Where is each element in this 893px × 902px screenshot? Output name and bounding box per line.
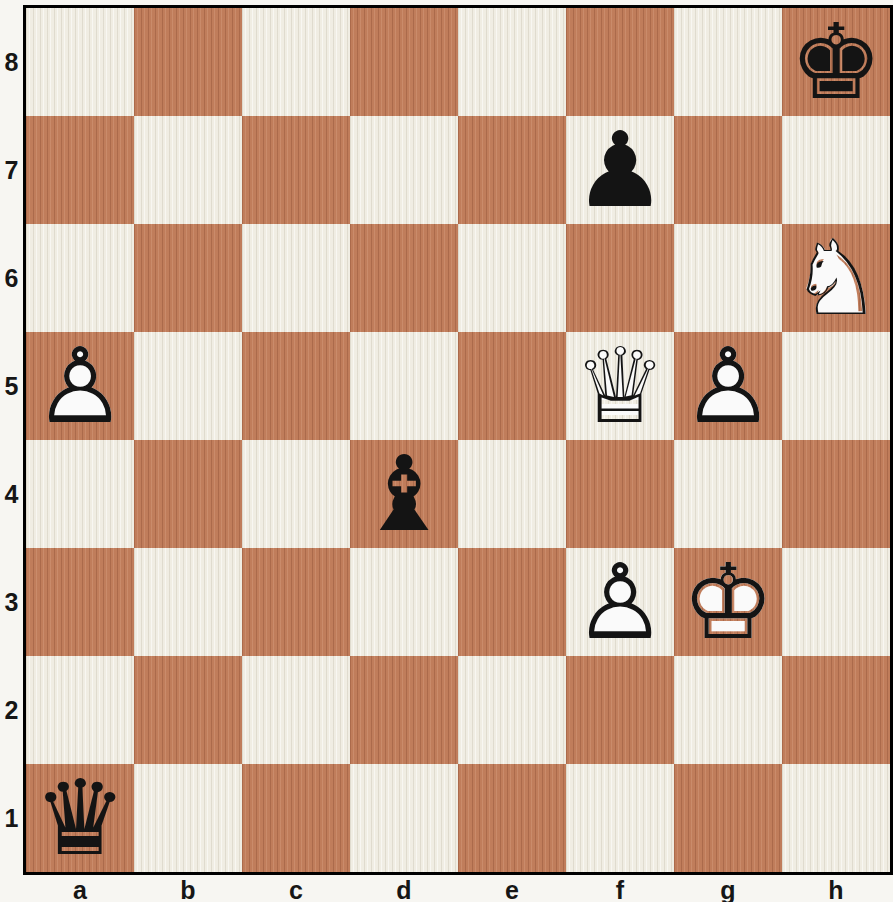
square-a7[interactable] xyxy=(26,116,134,224)
square-c2[interactable] xyxy=(242,656,350,764)
square-d2[interactable] xyxy=(350,656,458,764)
square-a5[interactable]: ♟♙ xyxy=(26,332,134,440)
square-e7[interactable] xyxy=(458,116,566,224)
rank-label-1: 1 xyxy=(0,764,23,872)
square-g5[interactable]: ♟♙ xyxy=(674,332,782,440)
square-g4[interactable] xyxy=(674,440,782,548)
piece-black-king-h8[interactable]: ♚ xyxy=(782,8,890,116)
white-queen-outline-icon: ♕ xyxy=(566,332,674,440)
square-f2[interactable] xyxy=(566,656,674,764)
rank-label-7: 7 xyxy=(0,116,23,224)
file-label-a: a xyxy=(26,876,134,902)
square-b1[interactable] xyxy=(134,764,242,872)
square-e4[interactable] xyxy=(458,440,566,548)
black-king-icon: ♚ xyxy=(789,8,882,116)
square-d4[interactable]: ♝ xyxy=(350,440,458,548)
rank-label-4: 4 xyxy=(0,440,23,548)
square-f3[interactable]: ♟♙ xyxy=(566,548,674,656)
piece-white-knight-h6[interactable]: ♞♘ xyxy=(782,224,890,332)
white-pawn-outline-icon: ♙ xyxy=(566,548,674,656)
piece-white-king-g3[interactable]: ♚♔ xyxy=(674,548,782,656)
square-e5[interactable] xyxy=(458,332,566,440)
square-d7[interactable] xyxy=(350,116,458,224)
square-e6[interactable] xyxy=(458,224,566,332)
square-f7[interactable]: ♟ xyxy=(566,116,674,224)
file-label-f: f xyxy=(566,876,674,902)
file-label-d: d xyxy=(350,876,458,902)
black-queen-icon: ♛ xyxy=(33,764,126,872)
white-knight-outline-icon: ♘ xyxy=(782,224,890,332)
square-h7[interactable] xyxy=(782,116,890,224)
file-label-e: e xyxy=(458,876,566,902)
square-g1[interactable] xyxy=(674,764,782,872)
square-h2[interactable] xyxy=(782,656,890,764)
piece-black-bishop-d4[interactable]: ♝ xyxy=(350,440,458,548)
square-a4[interactable] xyxy=(26,440,134,548)
rank-label-6: 6 xyxy=(0,224,23,332)
square-e2[interactable] xyxy=(458,656,566,764)
piece-white-pawn-a5[interactable]: ♟♙ xyxy=(26,332,134,440)
square-c6[interactable] xyxy=(242,224,350,332)
piece-white-queen-f5[interactable]: ♛♕ xyxy=(566,332,674,440)
square-d3[interactable] xyxy=(350,548,458,656)
square-g8[interactable] xyxy=(674,8,782,116)
square-b4[interactable] xyxy=(134,440,242,548)
square-f5[interactable]: ♛♕ xyxy=(566,332,674,440)
file-label-h: h xyxy=(782,876,890,902)
square-b5[interactable] xyxy=(134,332,242,440)
square-b8[interactable] xyxy=(134,8,242,116)
rank-label-2: 2 xyxy=(0,656,23,764)
rank-label-8: 8 xyxy=(0,8,23,116)
square-g7[interactable] xyxy=(674,116,782,224)
square-d8[interactable] xyxy=(350,8,458,116)
square-c3[interactable] xyxy=(242,548,350,656)
square-c4[interactable] xyxy=(242,440,350,548)
black-bishop-icon: ♝ xyxy=(357,440,450,548)
square-f8[interactable] xyxy=(566,8,674,116)
chess-diagram: 87654321 ♚♟♞♘♟♙♛♕♟♙♝♟♙♚♔♛ abcdefgh xyxy=(0,0,893,902)
square-c1[interactable] xyxy=(242,764,350,872)
square-a2[interactable] xyxy=(26,656,134,764)
white-pawn-outline-icon: ♙ xyxy=(26,332,134,440)
square-h8[interactable]: ♚ xyxy=(782,8,890,116)
square-e1[interactable] xyxy=(458,764,566,872)
square-h1[interactable] xyxy=(782,764,890,872)
square-c8[interactable] xyxy=(242,8,350,116)
square-g2[interactable] xyxy=(674,656,782,764)
square-b2[interactable] xyxy=(134,656,242,764)
file-labels: abcdefgh xyxy=(26,876,890,902)
square-h5[interactable] xyxy=(782,332,890,440)
piece-white-pawn-f3[interactable]: ♟♙ xyxy=(566,548,674,656)
square-g6[interactable] xyxy=(674,224,782,332)
square-h4[interactable] xyxy=(782,440,890,548)
file-label-c: c xyxy=(242,876,350,902)
square-a3[interactable] xyxy=(26,548,134,656)
square-d1[interactable] xyxy=(350,764,458,872)
square-e3[interactable] xyxy=(458,548,566,656)
square-d5[interactable] xyxy=(350,332,458,440)
square-a6[interactable] xyxy=(26,224,134,332)
square-h3[interactable] xyxy=(782,548,890,656)
piece-black-pawn-f7[interactable]: ♟ xyxy=(566,116,674,224)
black-pawn-icon: ♟ xyxy=(573,116,666,224)
file-label-g: g xyxy=(674,876,782,902)
rank-labels: 87654321 xyxy=(0,8,23,872)
square-c7[interactable] xyxy=(242,116,350,224)
square-d6[interactable] xyxy=(350,224,458,332)
square-a8[interactable] xyxy=(26,8,134,116)
square-b3[interactable] xyxy=(134,548,242,656)
square-c5[interactable] xyxy=(242,332,350,440)
square-a1[interactable]: ♛ xyxy=(26,764,134,872)
file-label-b: b xyxy=(134,876,242,902)
square-h6[interactable]: ♞♘ xyxy=(782,224,890,332)
square-f4[interactable] xyxy=(566,440,674,548)
rank-label-3: 3 xyxy=(0,548,23,656)
square-f6[interactable] xyxy=(566,224,674,332)
white-pawn-outline-icon: ♙ xyxy=(674,332,782,440)
square-b6[interactable] xyxy=(134,224,242,332)
square-g3[interactable]: ♚♔ xyxy=(674,548,782,656)
piece-black-queen-a1[interactable]: ♛ xyxy=(26,764,134,872)
square-e8[interactable] xyxy=(458,8,566,116)
square-f1[interactable] xyxy=(566,764,674,872)
square-b7[interactable] xyxy=(134,116,242,224)
white-king-outline-icon: ♔ xyxy=(674,548,782,656)
piece-white-pawn-g5[interactable]: ♟♙ xyxy=(674,332,782,440)
chess-board: ♚♟♞♘♟♙♛♕♟♙♝♟♙♚♔♛ xyxy=(23,5,893,875)
rank-label-5: 5 xyxy=(0,332,23,440)
